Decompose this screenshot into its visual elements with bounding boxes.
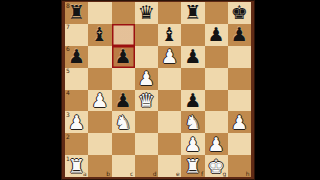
square-g5[interactable] <box>205 68 228 90</box>
square-d3[interactable] <box>135 111 158 133</box>
white-rook-a1[interactable]: ♜ <box>68 156 85 175</box>
black-rook-a8[interactable]: ♜ <box>68 3 85 22</box>
square-h8[interactable]: ♚ <box>228 2 251 24</box>
square-e4[interactable] <box>158 90 181 112</box>
square-e8[interactable] <box>158 2 181 24</box>
black-pawn-a6[interactable]: ♟ <box>68 47 85 66</box>
square-h5[interactable] <box>228 68 251 90</box>
square-d4[interactable]: ♛ <box>135 90 158 112</box>
square-f2[interactable]: ♟ <box>181 133 204 155</box>
white-pawn-b4[interactable]: ♟ <box>91 90 108 109</box>
square-g8[interactable] <box>205 2 228 24</box>
rank-label-5: 5 <box>66 68 70 74</box>
square-d8[interactable]: ♛ <box>135 2 158 24</box>
black-pawn-c6[interactable]: ♟ <box>115 47 132 66</box>
black-rook-f8[interactable]: ♜ <box>184 3 201 22</box>
file-label-c: c <box>130 171 133 177</box>
white-knight-f3[interactable]: ♞ <box>184 112 201 131</box>
square-f5[interactable] <box>181 68 204 90</box>
file-label-b: b <box>106 171 110 177</box>
square-b6[interactable] <box>88 46 111 68</box>
square-h2[interactable] <box>228 133 251 155</box>
square-h7[interactable]: ♟ <box>228 24 251 46</box>
white-pawn-g2[interactable]: ♟ <box>208 134 225 153</box>
square-b5[interactable] <box>88 68 111 90</box>
black-pawn-c4[interactable]: ♟ <box>115 90 132 109</box>
square-f3[interactable]: ♞ <box>181 111 204 133</box>
square-g7[interactable]: ♟ <box>205 24 228 46</box>
square-c2[interactable] <box>112 133 135 155</box>
square-c8[interactable] <box>112 2 135 24</box>
square-f6[interactable]: ♟ <box>181 46 204 68</box>
white-king-g1[interactable]: ♚ <box>208 156 225 175</box>
square-e2[interactable] <box>158 133 181 155</box>
square-g2[interactable]: ♟ <box>205 133 228 155</box>
square-f1[interactable]: ♜f <box>181 155 204 177</box>
square-d6[interactable] <box>135 46 158 68</box>
square-c3[interactable]: ♞ <box>112 111 135 133</box>
square-b2[interactable] <box>88 133 111 155</box>
square-f4[interactable]: ♟ <box>181 90 204 112</box>
white-queen-d4[interactable]: ♛ <box>138 90 155 109</box>
square-e7[interactable]: ♝ <box>158 24 181 46</box>
white-pawn-e6[interactable]: ♟ <box>161 47 178 66</box>
square-c4[interactable]: ♟ <box>112 90 135 112</box>
square-b1[interactable]: b <box>88 155 111 177</box>
white-pawn-h3[interactable]: ♟ <box>231 112 248 131</box>
black-bishop-b7[interactable]: ♝ <box>91 25 108 44</box>
square-f7[interactable] <box>181 24 204 46</box>
square-b8[interactable] <box>88 2 111 24</box>
file-label-d: d <box>153 171 157 177</box>
square-a5[interactable]: 5 <box>65 68 88 90</box>
square-a7[interactable]: 7 <box>65 24 88 46</box>
square-b3[interactable] <box>88 111 111 133</box>
white-rook-f1[interactable]: ♜ <box>184 156 201 175</box>
rank-label-4: 4 <box>66 90 70 96</box>
square-g4[interactable] <box>205 90 228 112</box>
square-c5[interactable] <box>112 68 135 90</box>
square-d2[interactable] <box>135 133 158 155</box>
white-knight-c3[interactable]: ♞ <box>115 112 132 131</box>
square-h4[interactable] <box>228 90 251 112</box>
rank-label-2: 2 <box>66 134 70 140</box>
black-pawn-f4[interactable]: ♟ <box>184 90 201 109</box>
file-label-h: h <box>246 171 250 177</box>
black-pawn-f6[interactable]: ♟ <box>184 47 201 66</box>
chess-board-frame: ♜8♛♜♚7♝♝♟♟♟6♟♟♟5♟4♟♟♛♟♟3♞♞♟2♟♟♜1abcde♜f♚… <box>61 0 255 180</box>
square-d1[interactable]: d <box>135 155 158 177</box>
black-pawn-h7[interactable]: ♟ <box>231 25 248 44</box>
screenshot-background: ♜8♛♜♚7♝♝♟♟♟6♟♟♟5♟4♟♟♛♟♟3♞♞♟2♟♟♜1abcde♜f♚… <box>0 0 320 180</box>
square-h3[interactable]: ♟ <box>228 111 251 133</box>
square-c6[interactable]: ♟ <box>112 46 135 68</box>
white-pawn-d5[interactable]: ♟ <box>138 69 155 88</box>
white-pawn-a3[interactable]: ♟ <box>68 112 85 131</box>
square-a4[interactable]: 4 <box>65 90 88 112</box>
square-a2[interactable]: 2 <box>65 133 88 155</box>
square-h1[interactable]: h <box>228 155 251 177</box>
chess-board[interactable]: ♜8♛♜♚7♝♝♟♟♟6♟♟♟5♟4♟♟♛♟♟3♞♞♟2♟♟♜1abcde♜f♚… <box>65 2 251 177</box>
square-e6[interactable]: ♟ <box>158 46 181 68</box>
square-a1[interactable]: ♜1a <box>65 155 88 177</box>
square-a8[interactable]: ♜8 <box>65 2 88 24</box>
square-f8[interactable]: ♜ <box>181 2 204 24</box>
square-e5[interactable] <box>158 68 181 90</box>
square-a3[interactable]: ♟3 <box>65 111 88 133</box>
square-g1[interactable]: ♚g <box>205 155 228 177</box>
square-g6[interactable] <box>205 46 228 68</box>
square-c7[interactable] <box>112 24 135 46</box>
square-h6[interactable] <box>228 46 251 68</box>
square-b7[interactable]: ♝ <box>88 24 111 46</box>
square-g3[interactable] <box>205 111 228 133</box>
square-c1[interactable]: c <box>112 155 135 177</box>
black-queen-d8[interactable]: ♛ <box>138 3 155 22</box>
square-e3[interactable] <box>158 111 181 133</box>
square-d7[interactable] <box>135 24 158 46</box>
black-king-h8[interactable]: ♚ <box>231 3 248 22</box>
file-label-e: e <box>176 171 180 177</box>
rank-label-7: 7 <box>66 24 70 30</box>
black-pawn-g7[interactable]: ♟ <box>208 25 225 44</box>
square-e1[interactable]: e <box>158 155 181 177</box>
square-d5[interactable]: ♟ <box>135 68 158 90</box>
square-a6[interactable]: ♟6 <box>65 46 88 68</box>
square-b4[interactable]: ♟ <box>88 90 111 112</box>
black-bishop-e7[interactable]: ♝ <box>161 25 178 44</box>
white-pawn-f2[interactable]: ♟ <box>184 134 201 153</box>
